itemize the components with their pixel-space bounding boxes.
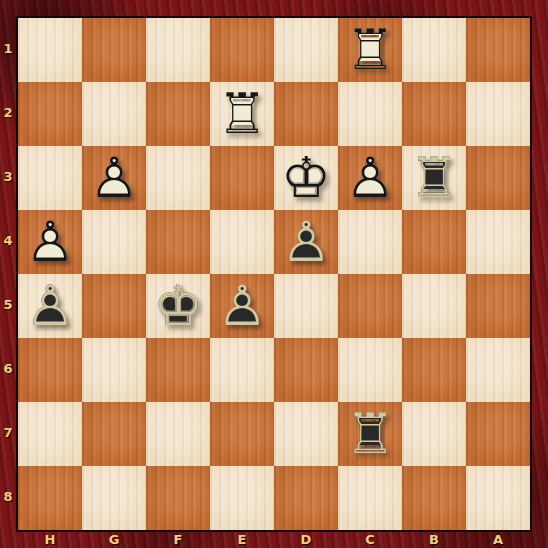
square-a1[interactable]: [466, 18, 530, 82]
piece-white-pawn[interactable]: ♟♙: [20, 212, 80, 272]
square-e2[interactable]: ♜♖: [210, 82, 274, 146]
piece-white-pawn[interactable]: ♟♙: [84, 148, 144, 208]
square-f6[interactable]: [146, 338, 210, 402]
square-e7[interactable]: [210, 402, 274, 466]
square-a6[interactable]: [466, 338, 530, 402]
white-pawn-outline: ♙: [340, 148, 400, 208]
rank-label-1: 1: [0, 16, 16, 80]
square-g1[interactable]: [82, 18, 146, 82]
square-e5[interactable]: ♟♙: [210, 274, 274, 338]
file-label-a: A: [466, 531, 530, 548]
square-a3[interactable]: [466, 146, 530, 210]
square-d3[interactable]: ♚♔: [274, 146, 338, 210]
black-pawn-outline: ♙: [276, 212, 336, 272]
square-h3[interactable]: [18, 146, 82, 210]
square-a7[interactable]: [466, 402, 530, 466]
piece-black-king[interactable]: ♚♔: [148, 276, 208, 336]
file-label-g: G: [82, 531, 146, 548]
square-f1[interactable]: [146, 18, 210, 82]
square-c5[interactable]: [338, 274, 402, 338]
square-f8[interactable]: [146, 466, 210, 530]
square-f4[interactable]: [146, 210, 210, 274]
square-h8[interactable]: [18, 466, 82, 530]
square-c1[interactable]: ♜♖: [338, 18, 402, 82]
file-label-h: H: [18, 531, 82, 548]
square-e1[interactable]: [210, 18, 274, 82]
rank-label-5: 5: [0, 272, 16, 336]
square-e3[interactable]: [210, 146, 274, 210]
square-c8[interactable]: [338, 466, 402, 530]
square-b1[interactable]: [402, 18, 466, 82]
rank-label-7: 7: [0, 400, 16, 464]
square-c7[interactable]: ♜♖: [338, 402, 402, 466]
piece-white-pawn[interactable]: ♟♙: [340, 148, 400, 208]
square-g2[interactable]: [82, 82, 146, 146]
square-b3[interactable]: ♜♖: [402, 146, 466, 210]
white-king-outline: ♔: [276, 148, 336, 208]
square-e8[interactable]: [210, 466, 274, 530]
square-f5[interactable]: ♚♔: [146, 274, 210, 338]
square-a8[interactable]: [466, 466, 530, 530]
file-label-d: D: [274, 531, 338, 548]
square-f3[interactable]: [146, 146, 210, 210]
piece-black-rook[interactable]: ♜♖: [404, 148, 464, 208]
square-c6[interactable]: [338, 338, 402, 402]
white-rook-outline: ♖: [340, 20, 400, 80]
black-rook-outline: ♖: [404, 148, 464, 208]
square-d6[interactable]: [274, 338, 338, 402]
rank-label-3: 3: [0, 144, 16, 208]
square-h1[interactable]: [18, 18, 82, 82]
file-label-e: E: [210, 531, 274, 548]
square-h2[interactable]: [18, 82, 82, 146]
rank-label-4: 4: [0, 208, 16, 272]
piece-black-pawn[interactable]: ♟♙: [20, 276, 80, 336]
black-pawn-outline: ♙: [212, 276, 272, 336]
square-h5[interactable]: ♟♙: [18, 274, 82, 338]
square-d8[interactable]: [274, 466, 338, 530]
white-pawn-outline: ♙: [84, 148, 144, 208]
black-king-outline: ♔: [148, 276, 208, 336]
square-e6[interactable]: [210, 338, 274, 402]
square-c3[interactable]: ♟♙: [338, 146, 402, 210]
piece-white-rook[interactable]: ♜♖: [212, 84, 272, 144]
square-a4[interactable]: [466, 210, 530, 274]
chessboard-widget: ♜♖♜♖♟♙♚♔♟♙♜♖♟♙♟♙♟♙♚♔♟♙♜♖ 12345678HGFEDCB…: [0, 0, 548, 548]
piece-black-rook[interactable]: ♜♖: [340, 404, 400, 464]
square-a5[interactable]: [466, 274, 530, 338]
square-b8[interactable]: [402, 466, 466, 530]
square-f7[interactable]: [146, 402, 210, 466]
square-b2[interactable]: [402, 82, 466, 146]
file-label-c: C: [338, 531, 402, 548]
square-g7[interactable]: [82, 402, 146, 466]
square-g4[interactable]: [82, 210, 146, 274]
square-d2[interactable]: [274, 82, 338, 146]
rank-label-2: 2: [0, 80, 16, 144]
square-h6[interactable]: [18, 338, 82, 402]
square-c2[interactable]: [338, 82, 402, 146]
file-label-f: F: [146, 531, 210, 548]
square-g8[interactable]: [82, 466, 146, 530]
white-pawn-outline: ♙: [20, 212, 80, 272]
square-d1[interactable]: [274, 18, 338, 82]
white-rook-outline: ♖: [212, 84, 272, 144]
square-g6[interactable]: [82, 338, 146, 402]
piece-black-pawn[interactable]: ♟♙: [276, 212, 336, 272]
chess-board: ♜♖♜♖♟♙♚♔♟♙♜♖♟♙♟♙♟♙♚♔♟♙♜♖: [16, 16, 532, 532]
black-rook-outline: ♖: [340, 404, 400, 464]
square-h7[interactable]: [18, 402, 82, 466]
square-e4[interactable]: [210, 210, 274, 274]
piece-black-pawn[interactable]: ♟♙: [212, 276, 272, 336]
square-f2[interactable]: [146, 82, 210, 146]
piece-white-king[interactable]: ♚♔: [276, 148, 336, 208]
square-c4[interactable]: [338, 210, 402, 274]
square-b5[interactable]: [402, 274, 466, 338]
square-g3[interactable]: ♟♙: [82, 146, 146, 210]
square-h4[interactable]: ♟♙: [18, 210, 82, 274]
square-a2[interactable]: [466, 82, 530, 146]
black-pawn-outline: ♙: [20, 276, 80, 336]
square-b7[interactable]: [402, 402, 466, 466]
square-d5[interactable]: [274, 274, 338, 338]
square-g5[interactable]: [82, 274, 146, 338]
rank-label-8: 8: [0, 464, 16, 528]
square-d4[interactable]: ♟♙: [274, 210, 338, 274]
square-b4[interactable]: [402, 210, 466, 274]
piece-white-rook[interactable]: ♜♖: [340, 20, 400, 80]
square-d7[interactable]: [274, 402, 338, 466]
rank-label-6: 6: [0, 336, 16, 400]
square-b6[interactable]: [402, 338, 466, 402]
file-label-b: B: [402, 531, 466, 548]
